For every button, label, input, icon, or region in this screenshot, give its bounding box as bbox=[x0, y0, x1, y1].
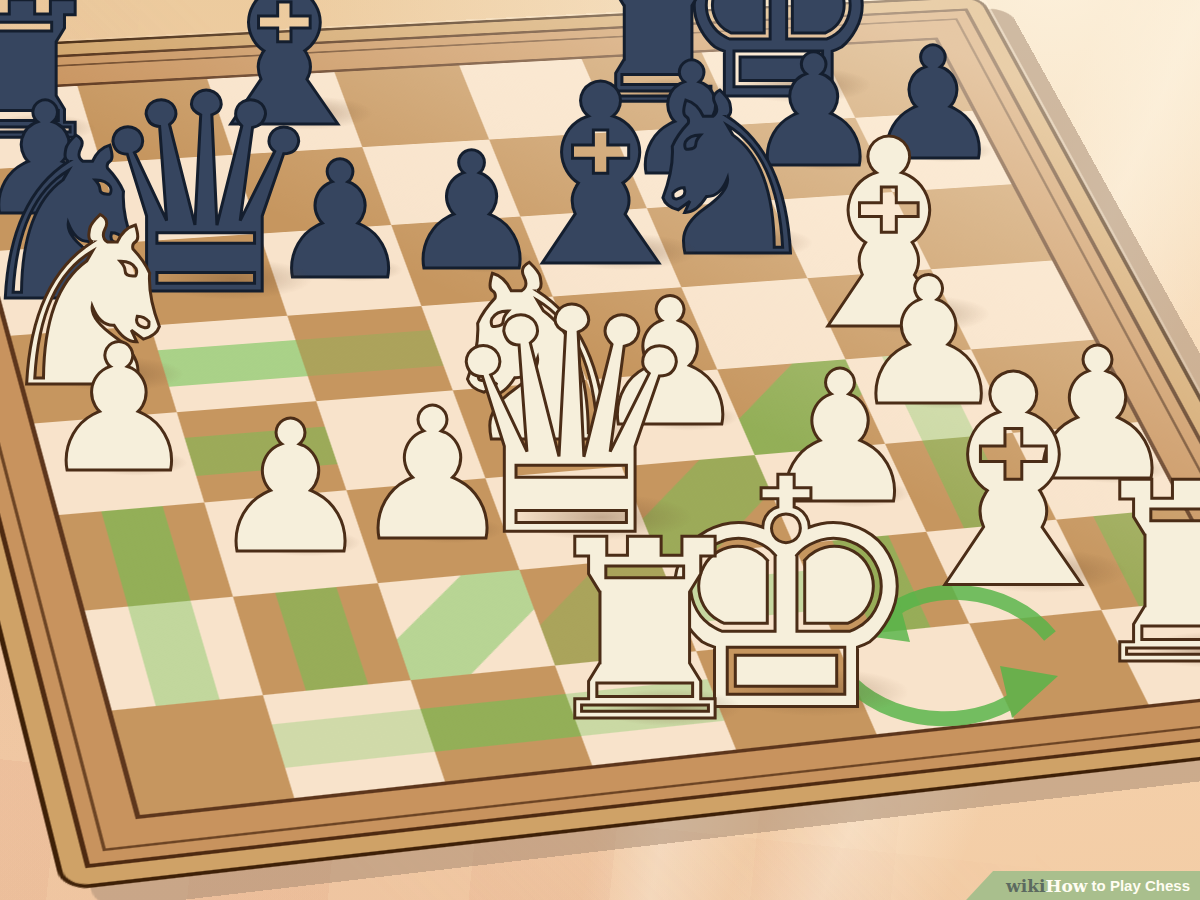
square-a3[interactable] bbox=[59, 502, 233, 610]
wikihow-watermark: wikiHow to Play Chess bbox=[966, 871, 1200, 900]
white-rook-d1[interactable]: ♜ bbox=[533, 508, 756, 757]
watermark-caption: to Play Chess bbox=[1087, 877, 1190, 894]
wikihow-brand-how: How bbox=[1045, 876, 1087, 896]
wikihow-chess-illustration: ♜♝♜♚♟♟♟♟♞♛♟♟♝♞♞♝♟♞♟♟♟♟♛♟♟♝♜♚♜ wikiHow to… bbox=[0, 0, 1200, 900]
square-a1[interactable] bbox=[112, 695, 295, 815]
white-pawn-a4[interactable]: ♟ bbox=[40, 322, 198, 498]
square-a2[interactable] bbox=[85, 597, 263, 711]
white-pawn-b3[interactable]: ♟ bbox=[209, 397, 372, 579]
white-pawn-c3[interactable]: ♟ bbox=[351, 384, 514, 566]
white-rook-h1[interactable]: ♜ bbox=[1079, 451, 1200, 700]
wikihow-brand-wiki: wiki bbox=[1006, 876, 1045, 896]
